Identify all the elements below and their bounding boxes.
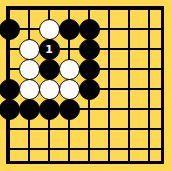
white-stone	[19, 79, 40, 100]
grid-line-vertical	[148, 7, 150, 163]
black-stone	[79, 19, 100, 40]
black-stone	[39, 99, 60, 120]
black-stone	[0, 99, 20, 120]
black-stone	[39, 59, 60, 80]
grid-line-horizontal	[7, 128, 163, 130]
black-stone	[79, 79, 100, 100]
black-stone	[0, 79, 20, 100]
grid-line-vertical	[108, 7, 110, 163]
white-stone	[59, 79, 80, 100]
black-stone	[0, 19, 20, 40]
black-stone	[79, 39, 100, 60]
marked-black-stone: 1	[39, 39, 60, 60]
black-stone	[79, 59, 100, 80]
white-stone	[39, 79, 60, 100]
go-board[interactable]: 1	[0, 0, 171, 171]
grid-line-vertical	[128, 7, 130, 163]
black-stone	[59, 99, 80, 120]
move-number-label: 1	[45, 44, 53, 55]
grid-line-horizontal	[7, 148, 163, 150]
black-stone	[19, 99, 40, 120]
white-stone	[19, 59, 40, 80]
white-stone	[39, 19, 60, 40]
white-stone	[59, 59, 80, 80]
white-stone	[19, 39, 40, 60]
grid-line-horizontal	[7, 8, 163, 10]
black-stone	[59, 19, 80, 40]
